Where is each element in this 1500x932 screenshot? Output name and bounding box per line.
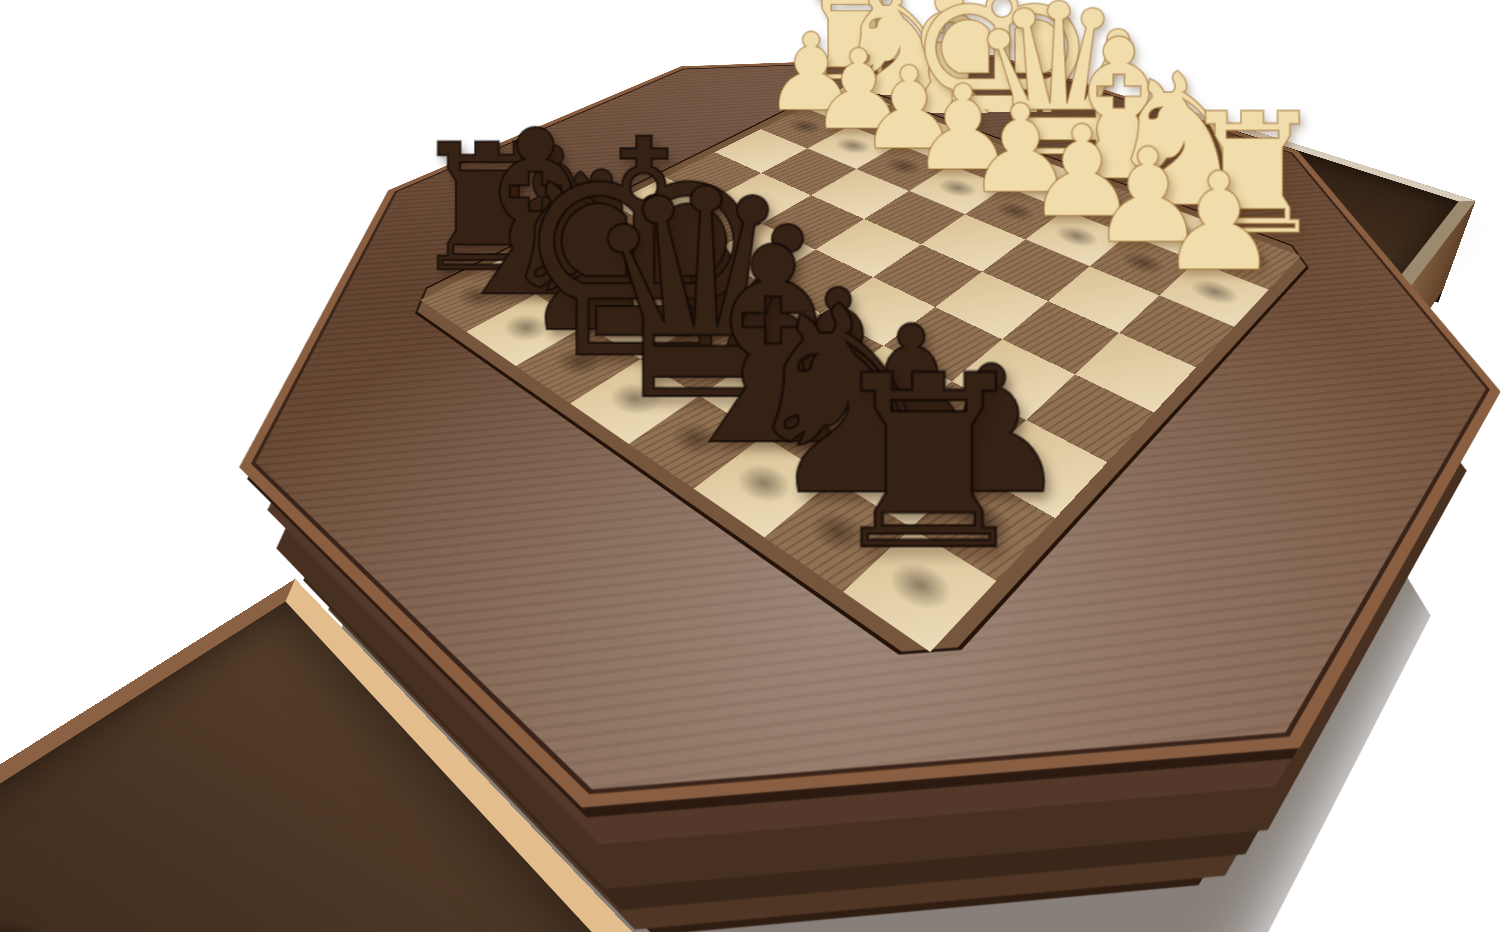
- product-photo-scene: ♜♞♝♛♚♞♝♜♟♟♟♟♟♟♟♟♟♟♟♟♟♟♟♟♜♞♝♛♚♝♞♜: [0, 0, 1500, 932]
- piece-glyph: ♜: [821, 350, 1036, 577]
- scene-3d: ♜♞♝♛♚♞♝♜♟♟♟♟♟♟♟♟♟♟♟♟♟♟♟♟♜♞♝♛♚♝♞♜: [0, 0, 1500, 932]
- checker-disc: [0, 911, 45, 932]
- piece-glyph: ♟: [1158, 159, 1280, 288]
- board-plane: ♜♞♝♛♚♞♝♜♟♟♟♟♟♟♟♟♟♟♟♟♟♟♟♟♜♞♝♛♚♝♞♜: [88, 3, 1500, 932]
- left-drawer-side-panel: [0, 579, 343, 932]
